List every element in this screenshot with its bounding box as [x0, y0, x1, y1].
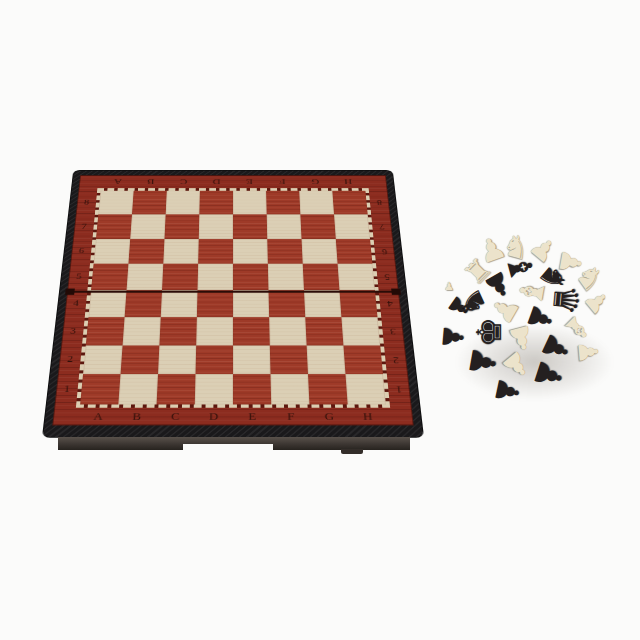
square-g5 — [303, 264, 340, 290]
square-e6 — [233, 239, 268, 264]
square-a3 — [86, 317, 125, 345]
square-c4 — [161, 290, 198, 317]
square-d6 — [198, 239, 233, 264]
square-f8 — [266, 191, 300, 215]
file-label-top-c: C — [167, 175, 200, 188]
square-a8 — [98, 191, 133, 215]
square-h4 — [339, 290, 377, 317]
hinge-notch-right — [391, 289, 401, 295]
file-label-bottom-e: E — [233, 408, 272, 426]
square-h5 — [338, 264, 375, 290]
board-wood-border: ABCDEFGH ABCDEFGH 87654321 87654321 — [52, 175, 413, 425]
square-g2 — [307, 345, 346, 374]
chessboard: ABCDEFGH ABCDEFGH 87654321 87654321 — [43, 171, 423, 437]
square-a1 — [80, 374, 120, 404]
rank-label-right-7: 7 — [371, 214, 393, 238]
rank-label-right-5: 5 — [376, 264, 399, 290]
rank-label-left-5: 5 — [67, 264, 90, 290]
rank-label-right-8: 8 — [369, 191, 390, 215]
square-a5 — [91, 264, 128, 290]
square-b2 — [121, 345, 160, 374]
square-c8 — [166, 191, 200, 215]
file-label-bottom-f: F — [271, 408, 310, 426]
square-h8 — [332, 191, 367, 215]
board-frame: ABCDEFGH ABCDEFGH 87654321 87654321 — [43, 171, 423, 437]
file-label-bottom-h: H — [348, 408, 388, 426]
square-f1 — [270, 374, 309, 404]
rank-label-left-2: 2 — [58, 345, 82, 374]
square-b5 — [127, 264, 164, 290]
file-label-top-e: E — [233, 175, 266, 188]
square-e4 — [233, 290, 269, 317]
square-a7 — [96, 214, 132, 238]
square-a6 — [94, 239, 131, 264]
square-b6 — [128, 239, 164, 264]
square-e7 — [233, 214, 267, 238]
square-b3 — [123, 317, 161, 345]
square-b7 — [130, 214, 165, 238]
file-label-bottom-b: B — [117, 408, 157, 426]
file-label-bottom-g: G — [310, 408, 350, 426]
square-c7 — [164, 214, 199, 238]
black-king-piece: ♚ — [472, 317, 506, 347]
square-h3 — [341, 317, 380, 345]
board-front-edge — [58, 437, 410, 450]
square-d5 — [198, 264, 233, 290]
square-e1 — [233, 374, 271, 404]
square-c3 — [159, 317, 196, 345]
square-h1 — [345, 374, 385, 404]
file-label-bottom-d: D — [194, 408, 233, 426]
square-f2 — [270, 345, 308, 374]
square-e5 — [233, 264, 268, 290]
square-b8 — [132, 191, 167, 215]
file-label-bottom-a: A — [78, 408, 118, 426]
square-f7 — [267, 214, 302, 238]
rank-label-right-1: 1 — [387, 374, 412, 404]
file-labels-bottom: ABCDEFGH — [78, 408, 388, 426]
square-f6 — [267, 239, 302, 264]
square-g1 — [308, 374, 348, 404]
square-g8 — [299, 191, 334, 215]
square-d4 — [197, 290, 233, 317]
rank-label-left-3: 3 — [61, 317, 85, 345]
file-label-top-d: D — [200, 175, 233, 188]
square-f4 — [268, 290, 305, 317]
rank-label-right-6: 6 — [374, 239, 396, 264]
board-grid — [80, 191, 386, 405]
file-label-bottom-c: C — [156, 408, 195, 426]
rank-label-left-8: 8 — [76, 191, 97, 215]
file-label-top-b: B — [134, 175, 168, 188]
hinge-notch-left — [65, 289, 75, 295]
square-c1 — [157, 374, 196, 404]
square-d2 — [196, 345, 233, 374]
square-g3 — [305, 317, 343, 345]
product-photo: ABCDEFGH ABCDEFGH 87654321 87654321 ♟♟♟♟… — [0, 0, 640, 640]
square-a4 — [88, 290, 126, 317]
front-edge-tab — [341, 449, 363, 454]
white-pawn-piece: ♟ — [574, 339, 602, 364]
rank-label-right-3: 3 — [381, 317, 405, 345]
square-c2 — [158, 345, 196, 374]
rank-label-left-7: 7 — [73, 214, 95, 238]
square-h6 — [336, 239, 373, 264]
square-d8 — [199, 191, 233, 215]
file-label-top-f: F — [266, 175, 299, 188]
file-label-top-h: H — [331, 175, 365, 188]
square-g4 — [304, 290, 341, 317]
square-e8 — [233, 191, 267, 215]
square-h7 — [334, 214, 370, 238]
front-edge-notch — [183, 444, 273, 451]
file-label-top-a: A — [101, 175, 135, 188]
square-h2 — [343, 345, 383, 374]
square-c5 — [162, 264, 198, 290]
square-d3 — [196, 317, 233, 345]
black-pawn-piece: ♟ — [490, 375, 525, 408]
playing-area — [76, 188, 390, 407]
square-e2 — [233, 345, 270, 374]
square-c6 — [163, 239, 198, 264]
square-d1 — [195, 374, 233, 404]
black-pawn-piece: ♟ — [437, 323, 467, 350]
file-label-top-g: G — [298, 175, 332, 188]
square-e3 — [233, 317, 270, 345]
rank-label-right-2: 2 — [384, 345, 408, 374]
square-f5 — [268, 264, 304, 290]
file-labels-top: ABCDEFGH — [101, 175, 365, 188]
hinge-fold-line — [67, 291, 399, 293]
square-b4 — [125, 290, 162, 317]
rank-label-left-6: 6 — [70, 239, 92, 264]
square-a2 — [83, 345, 123, 374]
square-f3 — [269, 317, 306, 345]
square-b1 — [118, 374, 158, 404]
square-g6 — [302, 239, 338, 264]
rank-label-left-1: 1 — [55, 374, 80, 404]
square-g7 — [300, 214, 335, 238]
square-d7 — [199, 214, 233, 238]
